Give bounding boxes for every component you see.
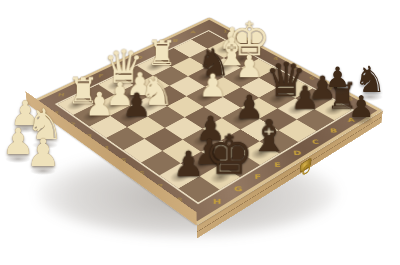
- rank-label-right-1: 1: [223, 29, 228, 33]
- file-label-near-E: E: [274, 162, 281, 169]
- white-pawn-d4[interactable]: ♟: [199, 70, 227, 102]
- captured-black-pawn[interactable]: ♟: [325, 64, 350, 92]
- file-label-far-D: D: [136, 55, 143, 59]
- file-label-far-B: B: [173, 38, 179, 42]
- black-pawn-b7[interactable]: ♟: [291, 82, 320, 114]
- file-label-far-E: E: [117, 65, 123, 70]
- file-label-near-H: H: [213, 198, 222, 205]
- rank-label-right-5: 5: [291, 66, 297, 71]
- file-label-near-B: B: [330, 128, 338, 134]
- captured-black-pawn[interactable]: ♟: [348, 92, 375, 122]
- file-label-near-G: G: [234, 185, 243, 192]
- black-bishop-e8[interactable]: ♝: [249, 115, 288, 159]
- black-pawn-glyph: ♟: [325, 64, 350, 92]
- rank-label-right-2: 2: [239, 38, 244, 42]
- file-label-near-F: F: [254, 173, 261, 180]
- file-label-near-C: C: [312, 139, 320, 145]
- white-pawn-h2[interactable]: ♟: [85, 88, 114, 121]
- black-pawn-g3[interactable]: ♟: [122, 89, 151, 122]
- rank-label-right-4: 4: [273, 56, 279, 61]
- black-pawn-h7[interactable]: ♟: [173, 147, 205, 182]
- file-label-near-D: D: [293, 150, 302, 156]
- file-label-far-C: C: [155, 47, 161, 51]
- black-pawn-glyph: ♟: [348, 92, 375, 122]
- rank-label-right-3: 3: [256, 47, 261, 51]
- file-label-far-H: H: [57, 92, 65, 97]
- black-king-g8[interactable]: ♚: [204, 128, 253, 183]
- file-label-far-A: A: [190, 30, 196, 34]
- white-pawn-b4[interactable]: ♟: [235, 51, 263, 82]
- white-pawn-glyph: ♟: [26, 134, 60, 172]
- captured-white-pawn[interactable]: ♟: [26, 134, 60, 172]
